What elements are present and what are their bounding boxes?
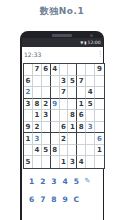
sudoku-cell-r1c6[interactable] [68,64,77,76]
pad-empty-slot [82,194,93,204]
sudoku-cell-r5c9[interactable] [95,110,104,122]
pad-button-2[interactable]: 2 [37,176,48,186]
sudoku-cell-r3c1[interactable]: 2 [24,87,33,99]
speaker-slot [52,34,72,37]
sudoku-cell-r6c8[interactable]: 3 [86,122,95,134]
sudoku-cell-r6c6[interactable]: 1 [68,122,77,134]
sudoku-cell-r2c6[interactable]: 5 [68,76,77,88]
sudoku-cell-r8c3[interactable]: 5 [42,145,51,157]
pad-button-8[interactable]: 8 [48,194,59,204]
sudoku-cell-r8c5[interactable] [60,145,69,157]
pad-button-1[interactable]: 1 [26,176,37,186]
pad-button-6[interactable]: 6 [26,194,37,204]
sudoku-cell-r2c3[interactable] [42,76,51,88]
sudoku-cell-r6c5[interactable]: 6 [60,122,69,134]
game-timer: 12:33 [24,51,41,58]
sudoku-cell-r6c7[interactable]: 8 [77,122,86,134]
sudoku-cell-r3c8[interactable]: 4 [86,87,95,99]
sudoku-cell-r3c7[interactable] [77,87,86,99]
sudoku-cell-r5c7[interactable]: 6 [77,110,86,122]
sudoku-cell-r8c8[interactable] [86,145,95,157]
sudoku-cell-r4c8[interactable]: 5 [86,99,95,111]
sudoku-cell-r7c3[interactable] [42,133,51,145]
sudoku-cell-r9c7[interactable]: 4 [77,156,86,168]
sudoku-cell-r6c1[interactable]: 9 [24,122,33,134]
sudoku-cell-r3c6[interactable] [68,87,77,99]
sudoku-cell-r2c5[interactable]: 3 [60,76,69,88]
sudoku-cell-r2c9[interactable] [95,76,104,88]
sudoku-cell-r9c9[interactable] [95,156,104,168]
sudoku-cell-r3c4[interactable] [51,87,60,99]
sudoku-cell-r4c1[interactable]: 3 [24,99,33,111]
sudoku-cell-r7c9[interactable]: 6 [95,133,104,145]
sudoku-cell-r7c5[interactable]: 2 [60,133,69,145]
pad-button-7[interactable]: 7 [37,194,48,204]
sudoku-cell-r4c5[interactable]: · · [60,99,69,111]
sudoku-cell-r9c2[interactable] [33,156,42,168]
sudoku-cell-r9c6[interactable]: 3 [68,156,77,168]
sudoku-cell-r5c5[interactable] [60,110,69,122]
sudoku-cell-r9c8[interactable] [86,156,95,168]
pad-button-5[interactable]: 5 [71,176,82,186]
sudoku-cell-r8c2[interactable]: 4 [33,145,42,157]
sudoku-cell-r8c4[interactable]: 8 [51,145,60,157]
sudoku-cell-r3c3[interactable] [42,87,51,99]
battery-icon: ▮ [84,40,86,45]
sudoku-cell-r7c7[interactable]: · · [77,133,86,145]
status-time: 12:00 [88,40,101,45]
sudoku-cell-r4c6[interactable] [68,99,77,111]
sudoku-cell-r9c4[interactable] [51,156,60,168]
sudoku-cell-r8c9[interactable]: 1 [95,145,104,157]
sudoku-cell-r5c4[interactable] [51,110,60,122]
sudoku-cell-r1c4[interactable]: 4 [51,64,60,76]
sudoku-cell-r7c1[interactable]: 1 [24,133,33,145]
camera-dot [90,34,93,37]
sudoku-cell-r3c2[interactable] [33,87,42,99]
sudoku-cell-r5c6[interactable]: 8 [68,110,77,122]
sudoku-cell-r2c4[interactable] [51,76,60,88]
sudoku-cell-r3c5[interactable]: 7 [60,87,69,99]
sudoku-cell-r2c8[interactable] [86,76,95,88]
sudoku-cell-r9c5[interactable]: 1 [60,156,69,168]
pad-button-9[interactable]: 9 [60,194,71,204]
sudoku-cell-r8c1[interactable] [24,145,33,157]
sudoku-cell-r3c9[interactable] [95,87,104,99]
pad-button-3[interactable]: 3 [48,176,59,186]
sudoku-cell-r5c3[interactable]: 3 [42,110,51,122]
sudoku-cell-r1c7[interactable] [77,64,86,76]
sudoku-cell-r1c2[interactable]: 7 [33,64,42,76]
sudoku-cell-r4c3[interactable]: 2 [42,99,51,111]
sudoku-cell-r5c2[interactable]: 1 [33,110,42,122]
sudoku-cell-r7c2[interactable]: 3 [33,133,42,145]
sudoku-cell-r4c7[interactable]: 1 [77,99,86,111]
sudoku-cell-r1c3[interactable]: 6 [42,64,51,76]
pencil-mode-icon[interactable]: ✎ [82,176,93,186]
sudoku-cell-r4c4[interactable]: 9 [51,99,60,111]
sudoku-board: 76496· ·3572743829· ·15· ·1386926183132·… [23,63,105,169]
sudoku-cell-r9c3[interactable] [42,156,51,168]
sudoku-cell-r6c2[interactable]: 2 [33,122,42,134]
pad-button-4[interactable]: 4 [60,176,71,186]
sudoku-cell-r9c1[interactable]: 5 [24,156,33,168]
sudoku-cell-r1c1[interactable] [24,64,33,76]
overflow-menu-icon[interactable]: ⋮ [97,50,104,58]
sudoku-cell-r2c1[interactable]: 6 [24,76,33,88]
wifi-icon: ▼ [80,40,83,45]
sudoku-cell-r8c7[interactable] [77,145,86,157]
page-title: 数独No.1 [0,5,124,18]
sudoku-cell-r8c6[interactable] [68,145,77,157]
sudoku-cell-r6c9[interactable] [95,122,104,134]
pad-button-C[interactable]: C [71,194,82,204]
sudoku-cell-r1c8[interactable] [86,64,95,76]
sudoku-cell-r7c6[interactable] [68,133,77,145]
number-pad-row-2: 6789C [26,194,93,204]
sudoku-cell-r4c2[interactable]: 8 [33,99,42,111]
sudoku-cell-r7c4[interactable] [51,133,60,145]
sudoku-cell-r4c9[interactable] [95,99,104,111]
sudoku-cell-r5c8[interactable] [86,110,95,122]
sudoku-cell-r1c5[interactable] [60,64,69,76]
sudoku-cell-r6c4[interactable] [51,122,60,134]
sudoku-cell-r5c1[interactable]: · · [24,110,33,122]
number-pad-row-1: 12345✎ [26,176,93,186]
sudoku-cell-r6c3[interactable] [42,122,51,134]
sudoku-cell-r2c2[interactable]: · · [33,76,42,88]
sudoku-cell-r2c7[interactable]: 7 [77,76,86,88]
page: 数独No.1 ▼▮12:00 12:33 ⋮ 76496· ·357274382… [0,0,124,220]
sudoku-cell-r1c9[interactable]: 9 [95,64,104,76]
status-bar: ▼▮12:00 [22,38,103,47]
sudoku-cell-r7c8[interactable]: · · [86,133,95,145]
